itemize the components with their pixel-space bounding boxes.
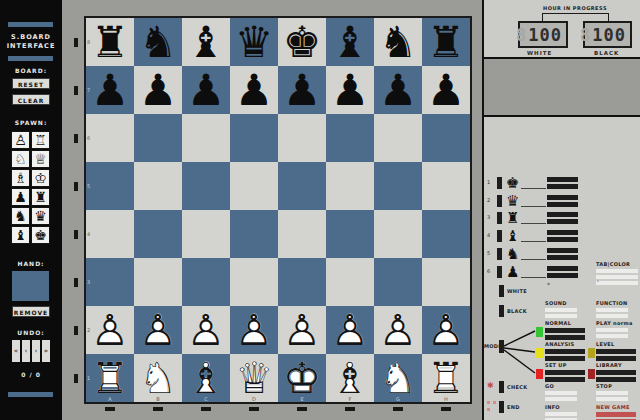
rank-sensor-mark xyxy=(74,38,78,47)
square-h3[interactable] xyxy=(422,258,470,306)
rank-label: 2 xyxy=(87,328,90,333)
spawn-black-bishop[interactable]: ♝ xyxy=(11,226,30,244)
file-label: B xyxy=(134,396,182,402)
white-clock-time: 100 xyxy=(528,25,562,45)
black-pawn: ♟ xyxy=(230,66,278,114)
undo-counter: 0 / 0 xyxy=(0,371,62,378)
piece-legend-row-b[interactable]: 4♝ xyxy=(487,228,637,244)
square-f5[interactable] xyxy=(326,162,374,210)
row-underline xyxy=(521,206,546,207)
square-f1[interactable]: ♝♗F xyxy=(326,354,374,402)
clock-header-label: HOUR IN PROGRESS xyxy=(505,5,640,11)
white-piece-outline: ♙ xyxy=(134,306,182,354)
piece-legend-row-r[interactable]: 3♜ xyxy=(487,210,637,226)
panel-divider-mid xyxy=(482,115,640,117)
row-text-bar xyxy=(547,219,578,224)
square-a8[interactable]: ♜8 xyxy=(86,18,134,66)
row-text-bar xyxy=(547,237,578,242)
panel-divider-top xyxy=(482,57,640,59)
square-f4[interactable] xyxy=(326,210,374,258)
rank-label: 5 xyxy=(87,184,90,189)
file-sensor-mark xyxy=(105,407,115,411)
piece-glyph: ♝ xyxy=(506,228,519,244)
square-h4[interactable] xyxy=(422,210,470,258)
sidebar-accent-bar-2 xyxy=(8,56,53,61)
row-bar xyxy=(497,266,502,278)
row-text-bar xyxy=(547,202,578,207)
redo-jump-end-button[interactable]: » xyxy=(42,340,50,362)
white-side-bar xyxy=(499,285,504,297)
piece-glyph: ♞ xyxy=(506,246,519,262)
sidebar-title-line1: S.BOARD xyxy=(0,33,62,41)
white-piece-outline: ♖ xyxy=(86,354,134,402)
black-clock-ghost-digit: 8 xyxy=(580,25,591,45)
black-knight: ♞ xyxy=(134,18,182,66)
library-control[interactable]: LIBRARY xyxy=(596,362,636,382)
check-label: CHECK xyxy=(507,384,527,390)
white-clock-ghost-digit: 8 xyxy=(516,25,527,45)
end-indicator-dot xyxy=(487,401,490,404)
file-label: C xyxy=(182,396,230,402)
chess-board: ♜8♞♝♛♚♝♞♜♟7♟♟♟♟♟♟♟6543♟♙2♟♙♟♙♟♙♟♙♟♙♟♙♟♙♜… xyxy=(84,16,472,404)
spawn-palette: ♙♖♘♕♗♔♟♜♞♛♝♚ xyxy=(11,131,50,244)
square-c7[interactable]: ♟ xyxy=(182,66,230,114)
square-c5[interactable] xyxy=(182,162,230,210)
file-sensor-mark xyxy=(201,407,211,411)
row-underline xyxy=(521,241,546,242)
black-clock-display: 8 100 xyxy=(583,21,632,48)
file-sensor-mark xyxy=(297,407,307,411)
square-e7[interactable]: ♟ xyxy=(278,66,326,114)
panel-divider-vertical xyxy=(482,0,484,420)
square-b1[interactable]: ♞♘B xyxy=(134,354,182,402)
sidebar: S.BOARD INTERFACE BOARD: RESET CLEAR SPA… xyxy=(0,0,62,420)
square-e1[interactable]: ♚♔E xyxy=(278,354,326,402)
row-number: 6 xyxy=(487,268,490,274)
info-control[interactable]: INFO xyxy=(545,404,577,420)
white-piece-outline: ♕ xyxy=(230,354,278,402)
file-sensor-mark xyxy=(153,407,163,411)
check-indicator-icon: ✱ xyxy=(487,382,494,390)
square-h1[interactable]: ♜♖H xyxy=(422,354,470,402)
square-c2[interactable]: ♟♙ xyxy=(182,306,230,354)
black-clock-label: BLACK xyxy=(594,50,619,56)
row-text-bar xyxy=(547,248,578,253)
end-label: END xyxy=(507,404,520,410)
row-bar xyxy=(497,248,502,260)
stop-control[interactable]: STOP xyxy=(596,383,628,401)
square-f6[interactable] xyxy=(326,114,374,162)
piece-glyph: ♚ xyxy=(506,175,519,191)
piece-legend-row-q[interactable]: 2♛ xyxy=(487,193,637,209)
row-text-bar xyxy=(547,184,578,189)
rank-sensor-mark xyxy=(74,374,78,383)
clear-button[interactable]: CLEAR xyxy=(12,94,50,105)
square-e8[interactable]: ♚ xyxy=(278,18,326,66)
row-text-bar xyxy=(547,230,578,235)
white-piece-outline: ♙ xyxy=(230,306,278,354)
white-piece-outline: ♘ xyxy=(134,354,182,402)
white-piece-outline: ♙ xyxy=(278,306,326,354)
white-piece-outline: ♙ xyxy=(86,306,134,354)
square-b5[interactable] xyxy=(134,162,182,210)
square-b8[interactable]: ♞ xyxy=(134,18,182,66)
row-underline xyxy=(521,259,546,260)
tab-color-label: TAB|COLOR xyxy=(596,261,638,267)
square-g2[interactable]: ♟♙ xyxy=(374,306,422,354)
square-d1[interactable]: ♛♕D xyxy=(230,354,278,402)
square-a6[interactable]: 6 xyxy=(86,114,134,162)
rank-sensor-mark xyxy=(74,86,78,95)
row-bar xyxy=(497,195,502,207)
square-b4[interactable] xyxy=(134,210,182,258)
row-text-bar xyxy=(547,177,578,182)
new-game-control[interactable]: NEW GAME xyxy=(596,404,636,420)
hand-section-label: HAND: xyxy=(0,260,62,267)
rank-sensor-mark xyxy=(74,182,78,191)
black-bishop: ♝ xyxy=(182,18,230,66)
black-pawn: ♟ xyxy=(374,66,422,114)
row-text-bar xyxy=(547,255,578,260)
black-pawn: ♟ xyxy=(86,66,134,114)
square-c8[interactable]: ♝ xyxy=(182,18,230,66)
black-pawn: ♟ xyxy=(182,66,230,114)
undo-back-button[interactable]: ‹ xyxy=(22,340,30,362)
spawn-white-queen[interactable]: ♕ xyxy=(31,150,50,168)
square-d8[interactable]: ♛ xyxy=(230,18,278,66)
row-text-bar xyxy=(547,212,578,217)
row-number: 4 xyxy=(487,232,490,238)
square-f8[interactable]: ♝ xyxy=(326,18,374,66)
file-sensor-mark xyxy=(393,407,403,411)
spawn-white-pawn[interactable]: ♙ xyxy=(11,131,30,149)
white-piece-outline: ♗ xyxy=(326,354,374,402)
square-b2[interactable]: ♟♙ xyxy=(134,306,182,354)
black-side-bar xyxy=(499,305,504,317)
file-label: H xyxy=(422,396,470,402)
square-c3[interactable] xyxy=(182,258,230,306)
sound-control[interactable]: SOUND xyxy=(545,300,577,318)
spawn-black-queen[interactable]: ♛ xyxy=(31,207,50,225)
square-g5[interactable] xyxy=(374,162,422,210)
piece-legend-row-k[interactable]: 1♚ xyxy=(487,175,637,191)
sidebar-title-line2: INTERFACE xyxy=(0,42,62,50)
check-button[interactable] xyxy=(499,381,504,393)
white-piece-outline: ♙ xyxy=(422,306,470,354)
square-g1[interactable]: ♞♘G xyxy=(374,354,422,402)
square-e6[interactable] xyxy=(278,114,326,162)
rank-label: 7 xyxy=(87,88,90,93)
square-a3[interactable]: 3 xyxy=(86,258,134,306)
square-h6[interactable] xyxy=(422,114,470,162)
row-number: 3 xyxy=(487,214,490,220)
spawn-black-knight[interactable]: ♞ xyxy=(11,207,30,225)
sidebar-bottom-accent-bar xyxy=(8,392,53,397)
black-rook: ♜ xyxy=(86,18,134,66)
rank-label: 6 xyxy=(87,136,90,141)
file-sensor-mark xyxy=(249,407,259,411)
spawn-black-king[interactable]: ♚ xyxy=(31,226,50,244)
rank-label: 8 xyxy=(87,40,90,45)
board-section-label: BOARD: xyxy=(0,67,62,74)
level-control[interactable]: LEVEL xyxy=(596,341,636,361)
square-b7[interactable]: ♟ xyxy=(134,66,182,114)
piece-glyph: ♟ xyxy=(506,264,519,280)
mode-fan-lines xyxy=(504,328,536,378)
tick-mark-left: * xyxy=(547,281,550,288)
white-clock-display: 8 100 xyxy=(518,21,568,48)
remove-button[interactable]: REMOVE xyxy=(12,306,50,317)
square-d2[interactable]: ♟♙ xyxy=(230,306,278,354)
row-bar xyxy=(497,177,502,189)
white-piece-outline: ♙ xyxy=(374,306,422,354)
file-label: G xyxy=(374,396,422,402)
file-label: A xyxy=(86,396,134,402)
rank-sensor-mark xyxy=(74,326,78,335)
rank-sensor-mark xyxy=(74,230,78,239)
square-c4[interactable] xyxy=(182,210,230,258)
row-number: 1 xyxy=(487,179,490,185)
square-a4[interactable]: 4 xyxy=(86,210,134,258)
file-sensor-mark xyxy=(441,407,451,411)
square-a2[interactable]: ♟♙2 xyxy=(86,306,134,354)
black-pawn: ♟ xyxy=(422,66,470,114)
setup-mode-control[interactable]: SET UP xyxy=(545,362,585,382)
square-g4[interactable] xyxy=(374,210,422,258)
redo-forward-button[interactable]: › xyxy=(32,340,40,362)
white-piece-outline: ♘ xyxy=(374,354,422,402)
end-indicator-dot xyxy=(493,401,496,404)
square-g6[interactable] xyxy=(374,114,422,162)
white-piece-outline: ♗ xyxy=(182,354,230,402)
black-pawn: ♟ xyxy=(134,66,182,114)
square-d6[interactable] xyxy=(230,114,278,162)
spawn-white-knight[interactable]: ♘ xyxy=(11,150,30,168)
black-queen: ♛ xyxy=(230,18,278,66)
tick-mark-right: ' xyxy=(597,279,599,286)
row-underline xyxy=(521,277,546,278)
square-b3[interactable] xyxy=(134,258,182,306)
square-f7[interactable]: ♟ xyxy=(326,66,374,114)
play-control[interactable]: PLAY norma xyxy=(596,320,633,338)
black-pawn: ♟ xyxy=(278,66,326,114)
analysis-mode-indicator xyxy=(536,348,543,358)
black-clock-time: 100 xyxy=(592,25,626,45)
normal-mode-indicator xyxy=(536,327,543,337)
piece-glyph: ♜ xyxy=(506,210,519,226)
reset-button[interactable]: RESET xyxy=(12,78,50,89)
black-knight: ♞ xyxy=(374,18,422,66)
white-piece-outline: ♙ xyxy=(326,306,374,354)
tab-color-bar xyxy=(596,269,638,273)
rank-label: 3 xyxy=(87,280,90,285)
square-g8[interactable]: ♞ xyxy=(374,18,422,66)
black-bishop: ♝ xyxy=(326,18,374,66)
square-h7[interactable]: ♟ xyxy=(422,66,470,114)
go-control[interactable]: GO xyxy=(545,383,577,401)
row-underline xyxy=(521,223,546,224)
square-e5[interactable] xyxy=(278,162,326,210)
black-king: ♚ xyxy=(278,18,326,66)
square-d5[interactable] xyxy=(230,162,278,210)
square-g7[interactable]: ♟ xyxy=(374,66,422,114)
normal-mode-control[interactable]: NORMAL xyxy=(545,320,585,340)
row-text-bar xyxy=(547,266,578,271)
row-text-bar xyxy=(547,195,578,200)
row-underline xyxy=(521,188,546,189)
library-indicator xyxy=(588,369,595,379)
function-control[interactable]: FUNCTION xyxy=(596,300,628,318)
end-indicator-dot xyxy=(487,408,490,411)
undo-jump-start-button[interactable]: « xyxy=(12,340,20,362)
square-a5[interactable]: 5 xyxy=(86,162,134,210)
black-rook: ♜ xyxy=(422,18,470,66)
end-button[interactable] xyxy=(499,401,504,413)
rank-sensor-mark xyxy=(74,278,78,287)
square-h8[interactable]: ♜ xyxy=(422,18,470,66)
square-d4[interactable] xyxy=(230,210,278,258)
file-label: F xyxy=(326,396,374,402)
square-e4[interactable] xyxy=(278,210,326,258)
piece-legend-row-n[interactable]: 5♞ xyxy=(487,246,637,262)
white-piece-outline: ♔ xyxy=(278,354,326,402)
spawn-black-rook[interactable]: ♜ xyxy=(31,188,50,206)
white-clock-label: WHITE xyxy=(527,50,552,56)
undo-controls: «‹›» xyxy=(12,340,50,362)
black-pawn: ♟ xyxy=(326,66,374,114)
analysis-mode-control[interactable]: ANALYSIS xyxy=(545,341,585,361)
square-d7[interactable]: ♟ xyxy=(230,66,278,114)
square-f3[interactable] xyxy=(326,258,374,306)
row-bar xyxy=(497,212,502,224)
spawn-black-pawn[interactable]: ♟ xyxy=(11,188,30,206)
rank-sensor-mark xyxy=(74,134,78,143)
sidebar-top-accent-bar xyxy=(8,22,53,27)
row-number: 5 xyxy=(487,250,490,256)
rank-label: 1 xyxy=(87,376,90,381)
square-h2[interactable]: ♟♙ xyxy=(422,306,470,354)
tab-color-control: TAB|COLOR xyxy=(596,261,638,285)
rank-label: 4 xyxy=(87,232,90,237)
white-piece-outline: ♖ xyxy=(422,354,470,402)
row-text-bar xyxy=(547,273,578,278)
square-h5[interactable] xyxy=(422,162,470,210)
square-a1[interactable]: ♜♖1A xyxy=(86,354,134,402)
square-c1[interactable]: ♝♗C xyxy=(182,354,230,402)
square-b6[interactable] xyxy=(134,114,182,162)
row-number: 2 xyxy=(487,197,490,203)
white-piece-outline: ♙ xyxy=(182,306,230,354)
square-c6[interactable] xyxy=(182,114,230,162)
spawn-white-rook[interactable]: ♖ xyxy=(31,131,50,149)
white-side-label: WHITE xyxy=(507,288,527,294)
file-label: E xyxy=(278,396,326,402)
black-side-label: BLACK xyxy=(507,308,527,314)
piece-glyph: ♛ xyxy=(506,193,519,209)
square-e3[interactable] xyxy=(278,258,326,306)
square-g3[interactable] xyxy=(374,258,422,306)
level-indicator xyxy=(588,348,595,358)
spawn-white-king[interactable]: ♔ xyxy=(31,169,50,187)
file-sensor-mark xyxy=(345,407,355,411)
file-label: D xyxy=(230,396,278,402)
square-e2[interactable]: ♟♙ xyxy=(278,306,326,354)
square-a7[interactable]: ♟7 xyxy=(86,66,134,114)
setup-mode-indicator xyxy=(536,369,543,379)
spawn-white-bishop[interactable]: ♗ xyxy=(11,169,30,187)
row-bar xyxy=(497,230,502,242)
spawn-section-label: SPAWN: xyxy=(0,119,62,126)
square-f2[interactable]: ♟♙ xyxy=(326,306,374,354)
undo-section-label: UNDO: xyxy=(0,329,62,336)
square-d3[interactable] xyxy=(230,258,278,306)
hand-slot[interactable] xyxy=(12,271,49,301)
